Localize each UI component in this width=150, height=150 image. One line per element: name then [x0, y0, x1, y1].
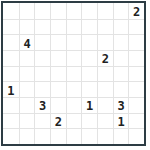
- empty-cell-r4c5[interactable]: [81, 66, 97, 82]
- empty-cell-r2c8[interactable]: [128, 34, 144, 50]
- empty-cell-r2c6[interactable]: [97, 34, 113, 50]
- empty-cell-r8c7[interactable]: [113, 128, 129, 144]
- empty-cell-r4c4[interactable]: [66, 66, 82, 82]
- clue-number: 2: [133, 5, 140, 17]
- empty-cell-r6c6[interactable]: [97, 97, 113, 113]
- empty-cell-r3c2[interactable]: [34, 50, 50, 66]
- empty-cell-r6c4[interactable]: [66, 97, 82, 113]
- empty-cell-r8c6[interactable]: [97, 128, 113, 144]
- empty-cell-r7c4[interactable]: [66, 113, 82, 129]
- empty-cell-r1c4[interactable]: [66, 19, 82, 35]
- empty-cell-r4c1[interactable]: [19, 66, 35, 82]
- empty-cell-r5c1[interactable]: [19, 81, 35, 97]
- empty-cell-r5c5[interactable]: [81, 81, 97, 97]
- clue-cell-r6c5: 1: [81, 97, 97, 113]
- empty-cell-r8c2[interactable]: [34, 128, 50, 144]
- clue-cell-r7c7: 1: [113, 113, 129, 129]
- clue-cell-r7c3: 2: [50, 113, 66, 129]
- puzzle-stage: 242131321: [0, 0, 150, 150]
- empty-cell-r0c0[interactable]: [3, 3, 19, 19]
- clue-number: 2: [55, 115, 62, 127]
- empty-cell-r7c1[interactable]: [19, 113, 35, 129]
- clue-number: 1: [7, 84, 14, 96]
- empty-cell-r1c6[interactable]: [97, 19, 113, 35]
- empty-cell-r0c3[interactable]: [50, 3, 66, 19]
- empty-cell-r3c8[interactable]: [128, 50, 144, 66]
- clue-number: 2: [102, 53, 109, 65]
- empty-cell-r4c3[interactable]: [50, 66, 66, 82]
- empty-cell-r2c5[interactable]: [81, 34, 97, 50]
- empty-cell-r4c7[interactable]: [113, 66, 129, 82]
- empty-cell-r1c1[interactable]: [19, 19, 35, 35]
- empty-cell-r3c5[interactable]: [81, 50, 97, 66]
- empty-cell-r1c2[interactable]: [34, 19, 50, 35]
- empty-cell-r4c0[interactable]: [3, 66, 19, 82]
- empty-cell-r3c1[interactable]: [19, 50, 35, 66]
- empty-cell-r5c6[interactable]: [97, 81, 113, 97]
- empty-cell-r8c4[interactable]: [66, 128, 82, 144]
- empty-cell-r1c5[interactable]: [81, 19, 97, 35]
- empty-cell-r5c2[interactable]: [34, 81, 50, 97]
- empty-cell-r4c2[interactable]: [34, 66, 50, 82]
- empty-cell-r1c0[interactable]: [3, 19, 19, 35]
- clue-number: 1: [117, 115, 124, 127]
- empty-cell-r6c1[interactable]: [19, 97, 35, 113]
- empty-cell-r7c2[interactable]: [34, 113, 50, 129]
- empty-cell-r1c8[interactable]: [128, 19, 144, 35]
- empty-cell-r6c3[interactable]: [50, 97, 66, 113]
- empty-cell-r0c6[interactable]: [97, 3, 113, 19]
- clue-number: 3: [39, 100, 46, 112]
- empty-cell-r2c4[interactable]: [66, 34, 82, 50]
- empty-cell-r1c3[interactable]: [50, 19, 66, 35]
- clue-cell-r6c2: 3: [34, 97, 50, 113]
- empty-cell-r6c0[interactable]: [3, 97, 19, 113]
- empty-cell-r8c5[interactable]: [81, 128, 97, 144]
- empty-cell-r0c4[interactable]: [66, 3, 82, 19]
- minesweeper-board: 242131321: [1, 1, 146, 146]
- clue-cell-r6c7: 3: [113, 97, 129, 113]
- empty-cell-r5c4[interactable]: [66, 81, 82, 97]
- empty-cell-r7c6[interactable]: [97, 113, 113, 129]
- empty-cell-r7c5[interactable]: [81, 113, 97, 129]
- clue-number: 1: [86, 100, 93, 112]
- empty-cell-r7c8[interactable]: [128, 113, 144, 129]
- empty-cell-r0c1[interactable]: [19, 3, 35, 19]
- empty-cell-r4c8[interactable]: [128, 66, 144, 82]
- empty-cell-r3c7[interactable]: [113, 50, 129, 66]
- empty-cell-r4c6[interactable]: [97, 66, 113, 82]
- clue-number: 4: [23, 37, 30, 49]
- clue-cell-r2c1: 4: [19, 34, 35, 50]
- empty-cell-r5c7[interactable]: [113, 81, 129, 97]
- empty-cell-r3c4[interactable]: [66, 50, 82, 66]
- clue-cell-r3c6: 2: [97, 50, 113, 66]
- empty-cell-r0c7[interactable]: [113, 3, 129, 19]
- empty-cell-r2c0[interactable]: [3, 34, 19, 50]
- empty-cell-r0c2[interactable]: [34, 3, 50, 19]
- clue-cell-r0c8: 2: [128, 3, 144, 19]
- empty-cell-r2c2[interactable]: [34, 34, 50, 50]
- empty-cell-r8c1[interactable]: [19, 128, 35, 144]
- empty-cell-r5c3[interactable]: [50, 81, 66, 97]
- empty-cell-r3c3[interactable]: [50, 50, 66, 66]
- empty-cell-r0c5[interactable]: [81, 3, 97, 19]
- clue-number: 3: [117, 100, 124, 112]
- empty-cell-r8c0[interactable]: [3, 128, 19, 144]
- clue-cell-r5c0: 1: [3, 81, 19, 97]
- empty-cell-r8c8[interactable]: [128, 128, 144, 144]
- empty-cell-r2c3[interactable]: [50, 34, 66, 50]
- empty-cell-r6c8[interactable]: [128, 97, 144, 113]
- empty-cell-r3c0[interactable]: [3, 50, 19, 66]
- empty-cell-r1c7[interactable]: [113, 19, 129, 35]
- empty-cell-r7c0[interactable]: [3, 113, 19, 129]
- empty-cell-r5c8[interactable]: [128, 81, 144, 97]
- empty-cell-r8c3[interactable]: [50, 128, 66, 144]
- empty-cell-r2c7[interactable]: [113, 34, 129, 50]
